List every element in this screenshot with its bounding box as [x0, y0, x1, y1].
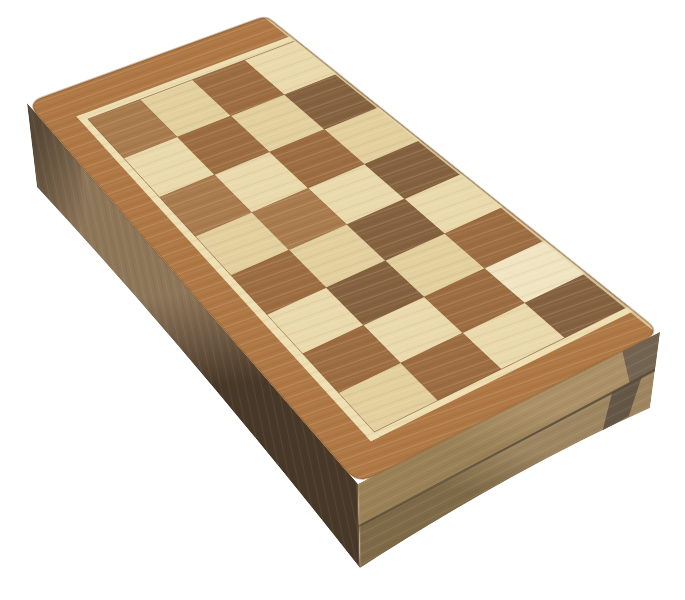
- photo-scene: [0, 0, 685, 600]
- corner-sheen: [358, 484, 360, 568]
- folding-chess-box: [0, 0, 685, 600]
